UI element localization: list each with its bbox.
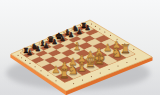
border-mark xyxy=(25,60,26,61)
border-mark xyxy=(21,57,22,58)
border-mark xyxy=(100,72,101,73)
border-mark xyxy=(110,35,111,36)
border-mark xyxy=(47,75,48,76)
border-mark xyxy=(109,69,110,70)
piece-white-r-h1[interactable]: ♜ xyxy=(120,42,131,56)
piece-black-p-d7[interactable]: ♟ xyxy=(51,38,57,46)
piece-black-p-b7[interactable]: ♟ xyxy=(35,45,41,53)
photo-frame: ♜♞♝♛♚♝♞♜♟♟♟♟♟♟♟♟♝♟♟♟♟♟♟♟♟♜♞♝♛♚♞♜ xyxy=(0,0,160,95)
border-mark xyxy=(104,31,105,32)
piece-black-p-g7[interactable]: ♟ xyxy=(76,28,82,36)
border-mark xyxy=(35,66,36,67)
piece-white-k-e1[interactable]: ♚ xyxy=(93,50,106,67)
border-mark xyxy=(126,62,127,63)
border-mark xyxy=(29,63,30,64)
border-mark xyxy=(55,80,56,81)
border-mark xyxy=(91,23,92,24)
border-mark xyxy=(135,58,136,59)
border-mark xyxy=(82,80,83,81)
piece-black-p-e7[interactable]: ♟ xyxy=(60,35,66,43)
border-mark xyxy=(133,49,134,50)
border-mark xyxy=(117,65,118,66)
piece-white-b-e4[interactable]: ♝ xyxy=(72,40,81,52)
piece-black-p-f7[interactable]: ♟ xyxy=(68,31,74,39)
border-mark xyxy=(40,70,41,71)
border-mark xyxy=(91,76,92,77)
border-mark xyxy=(99,28,100,29)
border-mark xyxy=(73,83,74,84)
piece-black-p-c7[interactable]: ♟ xyxy=(43,42,49,50)
border-mark xyxy=(95,26,96,27)
piece-black-p-a7[interactable]: ♟ xyxy=(27,49,33,57)
chess-set-photo: ♜♞♝♛♚♝♞♜♟♟♟♟♟♟♟♟♝♟♟♟♟♟♟♟♟♜♞♝♛♚♞♜ xyxy=(0,0,160,95)
piece-black-p-h7[interactable]: ♟ xyxy=(85,24,91,32)
border-mark xyxy=(18,55,19,56)
